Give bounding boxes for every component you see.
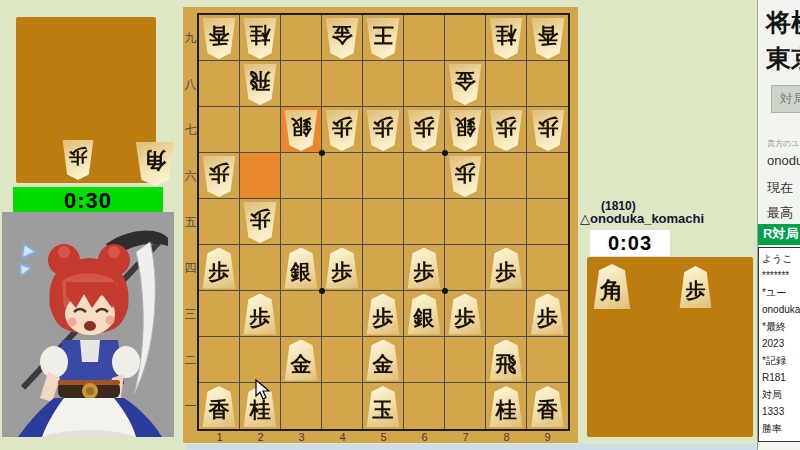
square-2九[interactable]: 桂 <box>240 15 281 61</box>
far-piece-歩[interactable]: 歩 <box>325 110 359 151</box>
hand-piece-歩[interactable]: 歩 <box>62 140 94 180</box>
square-5八[interactable] <box>363 61 404 107</box>
square-9八[interactable] <box>527 61 568 107</box>
anime-girl-with-scythe <box>2 212 174 437</box>
square-2七[interactable] <box>240 107 281 153</box>
square-5一[interactable]: 玉 <box>363 383 404 429</box>
file-label-2: 2 <box>240 431 281 443</box>
square-1九[interactable]: 香 <box>199 15 240 61</box>
far-piece-歩[interactable]: 歩 <box>243 202 277 243</box>
square-2八[interactable]: 飛 <box>240 61 281 107</box>
near-piece-飛[interactable]: 飛 <box>489 340 523 381</box>
square-1六[interactable]: 歩 <box>199 153 240 199</box>
far-piece-歩[interactable]: 歩 <box>448 156 482 197</box>
welcome-message-box: ようこ********ユーonoduka*最終 2023*記録 R181 対局 … <box>758 247 800 442</box>
square-6七[interactable]: 歩 <box>404 107 445 153</box>
square-2五[interactable]: 歩 <box>240 199 281 245</box>
square-7四[interactable] <box>445 245 486 291</box>
file-label-7: 7 <box>445 431 486 443</box>
far-piece-飛[interactable]: 飛 <box>243 64 277 105</box>
near-piece-歩[interactable]: 歩 <box>448 294 482 335</box>
far-piece-金[interactable]: 金 <box>325 18 359 59</box>
square-7六[interactable]: 歩 <box>445 153 486 199</box>
square-1三[interactable] <box>199 291 240 337</box>
square-4五[interactable] <box>322 199 363 245</box>
far-piece-歩[interactable]: 歩 <box>366 110 400 151</box>
square-9二[interactable] <box>527 337 568 383</box>
square-7五[interactable] <box>445 199 486 245</box>
square-1七[interactable] <box>199 107 240 153</box>
square-8九[interactable]: 桂 <box>486 15 527 61</box>
near-piece-歩[interactable]: 歩 <box>407 248 441 289</box>
square-8一[interactable]: 桂 <box>486 383 527 429</box>
square-6三[interactable]: 銀 <box>404 291 445 337</box>
near-piece-香[interactable]: 香 <box>531 386 565 427</box>
square-8三[interactable] <box>486 291 527 337</box>
far-piece-歩[interactable]: 歩 <box>489 110 523 151</box>
far-piece-桂[interactable]: 桂 <box>243 18 277 59</box>
square-8四[interactable]: 歩 <box>486 245 527 291</box>
message-line: R181 <box>762 369 800 386</box>
square-3二[interactable]: 金 <box>281 337 322 383</box>
near-player-clock: 0:03 <box>590 230 670 256</box>
rank-label-七: 七 <box>184 107 197 153</box>
square-3七[interactable]: 銀 <box>281 107 322 153</box>
far-piece-桂[interactable]: 桂 <box>489 18 523 59</box>
star-point <box>319 150 325 156</box>
file-label-8: 8 <box>486 431 527 443</box>
square-6四[interactable]: 歩 <box>404 245 445 291</box>
message-line: 2023 <box>762 335 800 352</box>
square-1二[interactable] <box>199 337 240 383</box>
far-player-piece-stand[interactable]: 歩角 <box>16 17 156 183</box>
square-7八[interactable]: 金 <box>445 61 486 107</box>
rank-label-四: 四 <box>184 245 197 291</box>
square-9四[interactable] <box>527 245 568 291</box>
rank-label-三: 三 <box>184 291 197 337</box>
square-2四[interactable] <box>240 245 281 291</box>
square-3一[interactable] <box>281 383 322 429</box>
far-piece-銀[interactable]: 銀 <box>448 110 482 151</box>
square-9一[interactable]: 香 <box>527 383 568 429</box>
far-player-clock: 0:30 <box>13 187 163 214</box>
square-7一[interactable] <box>445 383 486 429</box>
rank-label-八: 八 <box>184 61 197 107</box>
square-5三[interactable]: 歩 <box>363 291 404 337</box>
rank-label-一: 一 <box>184 383 197 429</box>
square-3四[interactable]: 銀 <box>281 245 322 291</box>
star-point <box>442 150 448 156</box>
message-line: 1333 <box>762 403 800 420</box>
star-point <box>442 288 448 294</box>
square-1五[interactable] <box>199 199 240 245</box>
square-5四[interactable] <box>363 245 404 291</box>
square-4二[interactable] <box>322 337 363 383</box>
square-9五[interactable] <box>527 199 568 245</box>
near-piece-金[interactable]: 金 <box>366 340 400 381</box>
square-8二[interactable]: 飛 <box>486 337 527 383</box>
square-8五[interactable] <box>486 199 527 245</box>
square-5五[interactable] <box>363 199 404 245</box>
square-5二[interactable]: 金 <box>363 337 404 383</box>
square-5九[interactable]: 王 <box>363 15 404 61</box>
square-8六[interactable] <box>486 153 527 199</box>
file-label-1: 1 <box>199 431 240 443</box>
square-4一[interactable] <box>322 383 363 429</box>
square-3九[interactable] <box>281 15 322 61</box>
square-6九[interactable] <box>404 15 445 61</box>
square-7三[interactable]: 歩 <box>445 291 486 337</box>
site-title-line2: 東京道場 <box>766 42 800 75</box>
square-4三[interactable] <box>322 291 363 337</box>
far-piece-金[interactable]: 金 <box>448 64 482 105</box>
square-5六[interactable] <box>363 153 404 199</box>
your-user-label: 貴方のユ <box>767 138 799 149</box>
square-7九[interactable] <box>445 15 486 61</box>
square-6二[interactable] <box>404 337 445 383</box>
side-user-name: onoduka <box>767 153 800 168</box>
near-piece-銀[interactable]: 銀 <box>407 294 441 335</box>
square-4八[interactable] <box>322 61 363 107</box>
square-6八[interactable] <box>404 61 445 107</box>
star-point <box>319 288 325 294</box>
near-piece-香[interactable]: 香 <box>202 386 236 427</box>
square-9七[interactable]: 歩 <box>527 107 568 153</box>
near-piece-歩[interactable]: 歩 <box>489 248 523 289</box>
far-piece-銀[interactable]: 銀 <box>284 110 318 151</box>
far-piece-王[interactable]: 王 <box>366 18 400 59</box>
file-label-5: 5 <box>363 431 404 443</box>
game-button[interactable]: 対局 <box>771 85 800 113</box>
square-6五[interactable] <box>404 199 445 245</box>
streamer-avatar-image <box>2 212 174 437</box>
shogi-client-window: 九八七六五四三二一 香桂金王桂香飛金銀歩歩歩銀歩歩歩歩歩歩銀歩歩歩歩歩銀歩歩金金… <box>0 0 800 450</box>
square-6一[interactable] <box>404 383 445 429</box>
player-name: △onoduka_komachi <box>580 211 704 226</box>
square-4七[interactable]: 歩 <box>322 107 363 153</box>
message-line: ******* <box>762 267 800 284</box>
near-piece-玉[interactable]: 玉 <box>366 386 400 427</box>
square-3六[interactable] <box>281 153 322 199</box>
near-piece-歩[interactable]: 歩 <box>366 294 400 335</box>
square-5七[interactable]: 歩 <box>363 107 404 153</box>
near-piece-金[interactable]: 金 <box>284 340 318 381</box>
message-line: *ユー <box>762 284 800 301</box>
far-piece-歩[interactable]: 歩 <box>202 156 236 197</box>
message-line: ようこ <box>762 250 800 267</box>
rank-label-二: 二 <box>184 337 197 383</box>
square-4四[interactable]: 歩 <box>322 245 363 291</box>
square-9六[interactable] <box>527 153 568 199</box>
square-1一[interactable]: 香 <box>199 383 240 429</box>
site-title-line1: 将棋倶楽部 <box>766 6 800 39</box>
near-player-piece-stand[interactable]: 角歩 <box>587 257 753 437</box>
message-line: *最終 <box>762 318 800 335</box>
current-rating-label: 現在 <box>767 179 793 197</box>
far-piece-歩[interactable]: 歩 <box>407 110 441 151</box>
shogi-board[interactable]: 香桂金王桂香飛金銀歩歩歩銀歩歩歩歩歩歩銀歩歩歩歩歩銀歩歩金金飛香桂玉桂香 <box>197 13 570 431</box>
square-7七[interactable]: 銀 <box>445 107 486 153</box>
square-2六[interactable] <box>240 153 281 199</box>
square-9九[interactable]: 香 <box>527 15 568 61</box>
near-piece-銀[interactable]: 銀 <box>284 248 318 289</box>
hand-piece-歩[interactable]: 歩 <box>679 266 712 308</box>
square-3八[interactable] <box>281 61 322 107</box>
square-2二[interactable] <box>240 337 281 383</box>
window-bottom-strip <box>186 444 757 450</box>
square-6六[interactable] <box>404 153 445 199</box>
square-3三[interactable] <box>281 291 322 337</box>
message-line: 対局 <box>762 386 800 403</box>
far-piece-歩[interactable]: 歩 <box>531 110 565 151</box>
far-piece-香[interactable]: 香 <box>531 18 565 59</box>
best-rating-label: 最高 <box>767 204 793 222</box>
square-8七[interactable]: 歩 <box>486 107 527 153</box>
square-4六[interactable] <box>322 153 363 199</box>
hand-piece-角[interactable]: 角 <box>135 142 175 186</box>
square-7二[interactable] <box>445 337 486 383</box>
rated-game-badge[interactable]: R対局 <box>758 224 800 245</box>
square-1四[interactable]: 歩 <box>199 245 240 291</box>
near-piece-歩[interactable]: 歩 <box>531 294 565 335</box>
rank-label-五: 五 <box>184 199 197 245</box>
square-4九[interactable]: 金 <box>322 15 363 61</box>
message-line: 勝率 <box>762 420 800 437</box>
file-label-3: 3 <box>281 431 322 443</box>
square-1八[interactable] <box>199 61 240 107</box>
rank-label-六: 六 <box>184 153 197 199</box>
square-3五[interactable] <box>281 199 322 245</box>
far-piece-香[interactable]: 香 <box>202 18 236 59</box>
near-piece-桂[interactable]: 桂 <box>489 386 523 427</box>
near-piece-歩[interactable]: 歩 <box>243 294 277 335</box>
file-label-4: 4 <box>322 431 363 443</box>
near-piece-歩[interactable]: 歩 <box>202 248 236 289</box>
near-piece-歩[interactable]: 歩 <box>325 248 359 289</box>
message-line: *記録 <box>762 352 800 369</box>
square-9三[interactable]: 歩 <box>527 291 568 337</box>
file-labels: 123456789 <box>199 431 568 443</box>
mouse-cursor <box>255 379 271 405</box>
square-2三[interactable]: 歩 <box>240 291 281 337</box>
hand-piece-角[interactable]: 角 <box>593 264 631 309</box>
rank-label-九: 九 <box>184 15 197 61</box>
file-label-6: 6 <box>404 431 445 443</box>
file-label-9: 9 <box>527 431 568 443</box>
square-8八[interactable] <box>486 61 527 107</box>
message-line: onoduka <box>762 301 800 318</box>
